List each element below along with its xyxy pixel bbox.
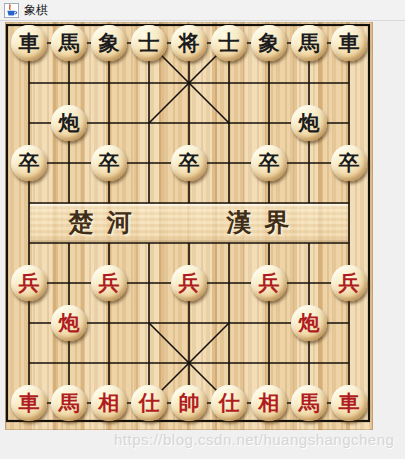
piece-black-chariot[interactable]: 車 <box>331 25 367 61</box>
piece-red-general[interactable]: 帥 <box>171 385 207 421</box>
piece-black-advisor[interactable]: 士 <box>131 25 167 61</box>
piece-black-horse[interactable]: 馬 <box>51 25 87 61</box>
piece-black-soldier[interactable]: 卒 <box>11 145 47 181</box>
piece-red-chariot[interactable]: 車 <box>331 385 367 421</box>
piece-black-soldier[interactable]: 卒 <box>91 145 127 181</box>
piece-red-chariot[interactable]: 車 <box>11 385 47 421</box>
piece-red-advisor[interactable]: 仕 <box>211 385 247 421</box>
piece-black-general[interactable]: 将 <box>171 25 207 61</box>
piece-black-chariot[interactable]: 車 <box>11 25 47 61</box>
piece-black-elephant[interactable]: 象 <box>91 25 127 61</box>
app-window: 象棋 楚河 漢界 車馬象士将士象馬車炮炮卒卒卒卒卒兵兵兵兵兵炮炮車馬相仕帥仕相馬… <box>0 0 405 459</box>
piece-red-horse[interactable]: 馬 <box>291 385 327 421</box>
piece-red-horse[interactable]: 馬 <box>51 385 87 421</box>
java-icon <box>4 3 19 18</box>
piece-black-soldier[interactable]: 卒 <box>171 145 207 181</box>
piece-red-soldier[interactable]: 兵 <box>171 265 207 301</box>
river-band <box>30 204 348 242</box>
piece-black-cannon[interactable]: 炮 <box>291 105 327 141</box>
piece-black-horse[interactable]: 馬 <box>291 25 327 61</box>
piece-red-soldier[interactable]: 兵 <box>251 265 287 301</box>
piece-black-cannon[interactable]: 炮 <box>51 105 87 141</box>
piece-red-soldier[interactable]: 兵 <box>331 265 367 301</box>
watermark-url: https://blog.csdn.net/huangshangcheng <box>114 431 394 448</box>
title-bar: 象棋 <box>0 0 405 21</box>
piece-red-cannon[interactable]: 炮 <box>291 305 327 341</box>
piece-red-soldier[interactable]: 兵 <box>91 265 127 301</box>
piece-black-soldier[interactable]: 卒 <box>251 145 287 181</box>
piece-black-advisor[interactable]: 士 <box>211 25 247 61</box>
xiangqi-board[interactable]: 楚河 漢界 車馬象士将士象馬車炮炮卒卒卒卒卒兵兵兵兵兵炮炮車馬相仕帥仕相馬車 <box>5 22 373 430</box>
piece-red-cannon[interactable]: 炮 <box>51 305 87 341</box>
piece-red-soldier[interactable]: 兵 <box>11 265 47 301</box>
piece-black-elephant[interactable]: 象 <box>251 25 287 61</box>
piece-red-elephant[interactable]: 相 <box>251 385 287 421</box>
window-title: 象棋 <box>24 2 48 19</box>
piece-red-advisor[interactable]: 仕 <box>131 385 167 421</box>
piece-red-elephant[interactable]: 相 <box>91 385 127 421</box>
piece-black-soldier[interactable]: 卒 <box>331 145 367 181</box>
